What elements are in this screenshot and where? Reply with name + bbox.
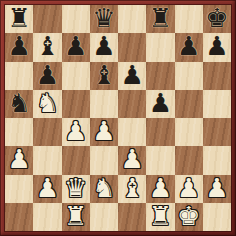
piece-white-rook-c1[interactable]: ♜ [64, 203, 87, 229]
square-e2[interactable]: ♝ [118, 175, 146, 203]
square-a8[interactable]: ♜ [5, 5, 33, 33]
square-h4[interactable] [203, 118, 231, 146]
square-f2[interactable]: ♟ [146, 175, 174, 203]
piece-black-pawn-f5[interactable]: ♟ [149, 90, 172, 116]
square-d3[interactable] [90, 146, 118, 174]
piece-black-pawn-e6[interactable]: ♟ [120, 62, 143, 88]
piece-white-rook-f1[interactable]: ♜ [149, 203, 172, 229]
board-frame: ♜♛♜♚♟♝♟♟♟♟♟♝♟♞♞♟♟♟♟♟♟♛♞♝♟♟♟♜♜♚ [0, 0, 236, 236]
square-f3[interactable] [146, 146, 174, 174]
square-b4[interactable] [33, 118, 61, 146]
square-b8[interactable] [33, 5, 61, 33]
square-c8[interactable] [62, 5, 90, 33]
square-c6[interactable] [62, 62, 90, 90]
square-h5[interactable] [203, 90, 231, 118]
square-c4[interactable]: ♟ [62, 118, 90, 146]
piece-white-bishop-e2[interactable]: ♝ [120, 175, 143, 201]
square-g1[interactable]: ♚ [175, 203, 203, 231]
piece-black-pawn-d7[interactable]: ♟ [92, 33, 115, 59]
piece-black-pawn-h7[interactable]: ♟ [205, 33, 228, 59]
piece-white-pawn-e3[interactable]: ♟ [120, 146, 143, 172]
square-g2[interactable]: ♟ [175, 175, 203, 203]
square-h6[interactable] [203, 62, 231, 90]
piece-white-queen-c2[interactable]: ♛ [64, 175, 87, 201]
square-c1[interactable]: ♜ [62, 203, 90, 231]
piece-white-knight-b5[interactable]: ♞ [36, 90, 59, 116]
square-d1[interactable] [90, 203, 118, 231]
square-e5[interactable] [118, 90, 146, 118]
square-e6[interactable]: ♟ [118, 62, 146, 90]
square-e1[interactable] [118, 203, 146, 231]
piece-black-knight-a5[interactable]: ♞ [7, 90, 30, 116]
piece-black-pawn-b6[interactable]: ♟ [36, 62, 59, 88]
square-f6[interactable] [146, 62, 174, 90]
square-f7[interactable] [146, 33, 174, 61]
square-c2[interactable]: ♛ [62, 175, 90, 203]
piece-black-rook-f8[interactable]: ♜ [149, 5, 172, 31]
square-g8[interactable] [175, 5, 203, 33]
square-d8[interactable]: ♛ [90, 5, 118, 33]
square-a4[interactable] [5, 118, 33, 146]
square-e3[interactable]: ♟ [118, 146, 146, 174]
square-c5[interactable] [62, 90, 90, 118]
square-a3[interactable]: ♟ [5, 146, 33, 174]
piece-white-pawn-d4[interactable]: ♟ [92, 118, 115, 144]
piece-black-rook-a8[interactable]: ♜ [7, 5, 30, 31]
square-a2[interactable] [5, 175, 33, 203]
square-g6[interactable] [175, 62, 203, 90]
square-d7[interactable]: ♟ [90, 33, 118, 61]
square-f1[interactable]: ♜ [146, 203, 174, 231]
square-d5[interactable] [90, 90, 118, 118]
square-b5[interactable]: ♞ [33, 90, 61, 118]
square-a6[interactable] [5, 62, 33, 90]
square-a7[interactable]: ♟ [5, 33, 33, 61]
square-f5[interactable]: ♟ [146, 90, 174, 118]
square-g5[interactable] [175, 90, 203, 118]
square-d6[interactable]: ♝ [90, 62, 118, 90]
piece-white-pawn-f2[interactable]: ♟ [149, 175, 172, 201]
piece-black-king-h8[interactable]: ♚ [205, 5, 228, 31]
piece-black-bishop-b7[interactable]: ♝ [36, 33, 59, 59]
piece-white-pawn-c4[interactable]: ♟ [64, 118, 87, 144]
piece-black-pawn-g7[interactable]: ♟ [177, 33, 200, 59]
square-h8[interactable]: ♚ [203, 5, 231, 33]
square-b3[interactable] [33, 146, 61, 174]
piece-black-pawn-a7[interactable]: ♟ [7, 33, 30, 59]
square-b2[interactable]: ♟ [33, 175, 61, 203]
square-e8[interactable] [118, 5, 146, 33]
piece-white-pawn-g2[interactable]: ♟ [177, 175, 200, 201]
square-e7[interactable] [118, 33, 146, 61]
square-f8[interactable]: ♜ [146, 5, 174, 33]
piece-white-pawn-h2[interactable]: ♟ [205, 175, 228, 201]
square-c7[interactable]: ♟ [62, 33, 90, 61]
square-a1[interactable] [5, 203, 33, 231]
square-f4[interactable] [146, 118, 174, 146]
piece-white-king-g1[interactable]: ♚ [177, 203, 200, 229]
piece-white-pawn-b2[interactable]: ♟ [36, 175, 59, 201]
square-g3[interactable] [175, 146, 203, 174]
piece-black-queen-d8[interactable]: ♛ [92, 5, 115, 31]
chess-board: ♜♛♜♚♟♝♟♟♟♟♟♝♟♞♞♟♟♟♟♟♟♛♞♝♟♟♟♜♜♚ [5, 5, 231, 231]
square-d2[interactable]: ♞ [90, 175, 118, 203]
square-c3[interactable] [62, 146, 90, 174]
square-b1[interactable] [33, 203, 61, 231]
square-h1[interactable] [203, 203, 231, 231]
square-a5[interactable]: ♞ [5, 90, 33, 118]
square-g4[interactable] [175, 118, 203, 146]
square-b6[interactable]: ♟ [33, 62, 61, 90]
piece-white-knight-d2[interactable]: ♞ [92, 175, 115, 201]
square-g7[interactable]: ♟ [175, 33, 203, 61]
square-h3[interactable] [203, 146, 231, 174]
piece-white-pawn-a3[interactable]: ♟ [7, 146, 30, 172]
piece-black-pawn-c7[interactable]: ♟ [64, 33, 87, 59]
square-h7[interactable]: ♟ [203, 33, 231, 61]
square-d4[interactable]: ♟ [90, 118, 118, 146]
square-h2[interactable]: ♟ [203, 175, 231, 203]
square-b7[interactable]: ♝ [33, 33, 61, 61]
square-e4[interactable] [118, 118, 146, 146]
piece-black-bishop-d6[interactable]: ♝ [92, 62, 115, 88]
